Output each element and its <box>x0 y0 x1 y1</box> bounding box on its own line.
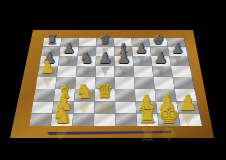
piece-white-knight-b1[interactable]: ♞ <box>52 104 72 127</box>
piece-black-pawn-h7[interactable]: ♟ <box>172 42 184 56</box>
piece-black-queen-d8[interactable]: ♛ <box>100 34 111 46</box>
square-e2[interactable] <box>115 102 136 114</box>
square-d5[interactable] <box>95 66 114 77</box>
piece-white-rook-f1[interactable]: ♜ <box>137 104 157 127</box>
square-h6[interactable] <box>169 56 189 66</box>
square-e4[interactable] <box>115 77 135 89</box>
square-d2[interactable] <box>94 102 115 114</box>
square-c5[interactable] <box>76 66 96 77</box>
square-e3[interactable] <box>115 89 136 102</box>
square-g4[interactable] <box>153 77 174 89</box>
square-f5[interactable] <box>133 66 153 77</box>
square-e1[interactable] <box>115 114 137 127</box>
piece-white-pawn-a5[interactable]: ♟ <box>40 60 55 77</box>
square-b5[interactable] <box>57 66 77 77</box>
square-a1[interactable] <box>29 114 52 127</box>
square-g5[interactable] <box>152 66 173 77</box>
square-d1[interactable] <box>94 114 116 127</box>
square-h5[interactable] <box>171 66 192 77</box>
piece-black-pawn-e6[interactable]: ♟ <box>117 51 131 66</box>
square-c2[interactable] <box>73 102 94 114</box>
square-b6[interactable] <box>58 56 78 66</box>
square-a2[interactable] <box>31 102 54 114</box>
piece-white-knight-c3[interactable]: ♞ <box>76 82 94 102</box>
piece-black-rook-a8[interactable]: ♜ <box>47 34 58 46</box>
piece-black-knight-c6[interactable]: ♞ <box>80 51 94 66</box>
square-a4[interactable] <box>35 77 56 89</box>
piece-black-pawn-d6[interactable]: ♟ <box>98 51 112 66</box>
square-e5[interactable] <box>114 66 134 77</box>
piece-black-pawn-b7[interactable]: ♟ <box>63 42 75 56</box>
square-c1[interactable] <box>72 114 94 127</box>
square-a3[interactable] <box>33 89 55 102</box>
piece-white-pawn-h2[interactable]: ♟ <box>178 93 197 114</box>
square-f6[interactable] <box>133 56 152 66</box>
piece-black-king-g8[interactable]: ♚ <box>153 34 164 46</box>
piece-black-pawn-f7[interactable]: ♟ <box>135 42 147 56</box>
piece-white-queen-d3[interactable]: ♛ <box>96 82 114 102</box>
piece-black-pawn-g6[interactable]: ♟ <box>154 51 168 66</box>
square-c8[interactable] <box>78 38 96 47</box>
chess-app-viewport: ♜♜♛♛♚♚♟♟♝♝♟♟♟♟♟♟♞♞♟♟♟♟♟♟♟♟♝♝♞♞♛♛♟♟♟♟♟♟♟♟… <box>0 0 226 160</box>
square-f4[interactable] <box>134 77 155 89</box>
piece-white-king-g1[interactable]: ♚ <box>158 104 178 127</box>
square-h4[interactable] <box>173 77 195 89</box>
